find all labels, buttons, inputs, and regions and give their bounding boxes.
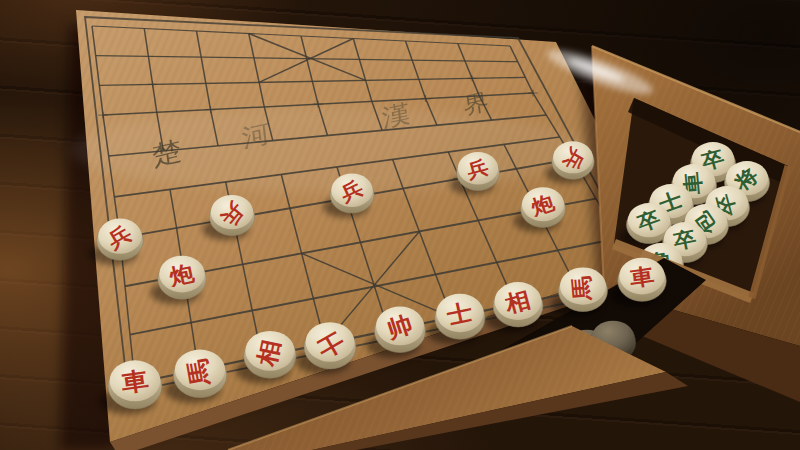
red-horse-1-glyph: 馬 [182, 357, 215, 389]
scene: 楚 河 漢 界 卒車将士卒包卒卒象 卒 車馬相士帅士相馬車炮炮兵兵兵兵兵 [0, 0, 800, 450]
red-horse-2-glyph: 馬 [568, 275, 596, 304]
scene-svg: 楚 河 漢 界 卒車将士卒包卒卒象 卒 車馬相士帅士相馬車炮炮兵兵兵兵兵 [0, 0, 800, 450]
red-chariot-1-glyph: 車 [119, 366, 150, 398]
river-char-han: 漢 [380, 98, 411, 132]
red-chariot-2-glyph: 車 [627, 263, 655, 291]
red-elephant-1-glyph: 相 [252, 337, 284, 369]
